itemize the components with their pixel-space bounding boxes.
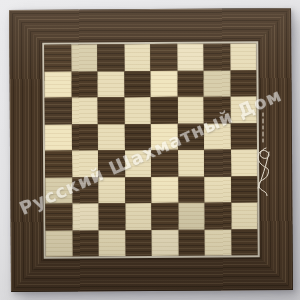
signature-icon xyxy=(254,110,272,196)
square-r5c6 xyxy=(177,150,204,177)
square-r7c2 xyxy=(72,203,99,230)
square-r1c4 xyxy=(124,44,151,71)
board-frame-bottom xyxy=(11,255,293,292)
square-r4c1 xyxy=(45,124,72,151)
square-r4c5 xyxy=(151,123,178,150)
square-r4c7 xyxy=(204,123,231,150)
square-r6c6 xyxy=(178,176,205,203)
square-r6c7 xyxy=(204,176,231,203)
square-r7c3 xyxy=(98,203,125,230)
board-frame-left xyxy=(9,10,46,292)
square-r7c4 xyxy=(125,203,152,230)
square-r4c6 xyxy=(177,123,204,150)
square-r3c4 xyxy=(124,97,151,124)
square-r4c2 xyxy=(71,124,98,151)
square-r5c4 xyxy=(125,150,152,177)
square-r4c4 xyxy=(124,124,151,151)
square-r7c7 xyxy=(204,202,231,229)
photo-background: Русский Шахматный Дом xyxy=(0,0,300,300)
square-r7c1 xyxy=(45,204,72,231)
square-r1c2 xyxy=(71,44,98,71)
board-grid xyxy=(44,43,257,256)
square-r2c1 xyxy=(44,71,71,98)
square-r7c5 xyxy=(151,203,178,230)
square-r2c8 xyxy=(230,70,257,97)
square-r3c3 xyxy=(98,97,125,124)
square-r2c3 xyxy=(97,71,124,98)
square-r2c4 xyxy=(124,71,151,98)
square-r8c2 xyxy=(72,230,99,257)
square-r5c5 xyxy=(151,150,178,177)
square-r8c6 xyxy=(178,229,205,256)
square-r1c8 xyxy=(230,43,257,70)
square-r1c7 xyxy=(203,43,230,70)
square-r3c2 xyxy=(71,97,98,124)
square-r8c8 xyxy=(231,229,258,256)
square-r6c3 xyxy=(98,177,125,204)
square-r4c3 xyxy=(98,124,125,151)
square-r3c8 xyxy=(230,96,257,123)
square-r7c8 xyxy=(231,202,258,229)
square-r8c1 xyxy=(46,230,73,257)
square-r6c4 xyxy=(125,176,152,203)
square-r6c2 xyxy=(72,177,99,204)
square-r6c1 xyxy=(45,177,72,204)
square-r8c3 xyxy=(99,230,126,257)
square-r5c7 xyxy=(204,149,231,176)
square-r1c1 xyxy=(44,45,71,72)
square-r8c4 xyxy=(125,229,152,256)
square-r5c1 xyxy=(45,151,72,178)
square-r8c5 xyxy=(152,229,179,256)
board-frame-top xyxy=(9,8,291,45)
square-r4c8 xyxy=(230,123,257,150)
square-r2c7 xyxy=(203,70,230,97)
square-r3c7 xyxy=(204,96,231,123)
chess-board xyxy=(9,8,293,292)
square-r7c6 xyxy=(178,203,205,230)
square-r3c5 xyxy=(151,97,178,124)
square-r3c1 xyxy=(45,98,72,125)
square-r6c5 xyxy=(151,176,178,203)
square-r5c3 xyxy=(98,150,125,177)
square-r5c2 xyxy=(72,150,99,177)
square-r1c6 xyxy=(177,44,204,71)
square-r1c5 xyxy=(150,44,177,71)
square-r2c2 xyxy=(71,71,98,98)
square-r1c3 xyxy=(97,44,124,71)
square-r2c6 xyxy=(177,70,204,97)
square-r2c5 xyxy=(150,70,177,97)
square-r3c6 xyxy=(177,97,204,124)
square-r8c7 xyxy=(205,229,232,256)
